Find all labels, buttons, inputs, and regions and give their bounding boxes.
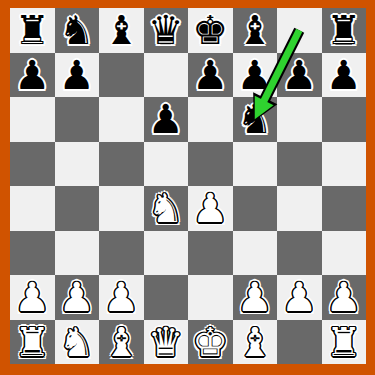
square-h4[interactable] [322,186,367,231]
square-h7[interactable]: ♟ [322,53,367,98]
square-b2[interactable]: ♟ [55,275,100,320]
black-king[interactable]: ♚ [188,8,233,53]
board-frame: ♜♞♝♛♚♝♜♟♟♟♟♟♟♟♞♞♟♟♟♟♟♟♟♜♞♝♛♚♝♜ [0,0,375,375]
square-f1[interactable]: ♝ [233,320,278,365]
square-c2[interactable]: ♟ [99,275,144,320]
square-e7[interactable]: ♟ [188,53,233,98]
white-rook[interactable]: ♜ [10,320,55,365]
black-pawn[interactable]: ♟ [233,53,278,98]
square-e8[interactable]: ♚ [188,8,233,53]
square-f4[interactable] [233,186,278,231]
white-pawn[interactable]: ♟ [99,275,144,320]
square-b3[interactable] [55,231,100,276]
square-f6[interactable]: ♞ [233,97,278,142]
square-e3[interactable] [188,231,233,276]
square-a1[interactable]: ♜ [10,320,55,365]
square-g1[interactable] [277,320,322,365]
white-pawn[interactable]: ♟ [277,275,322,320]
square-d8[interactable]: ♛ [144,8,189,53]
square-f7[interactable]: ♟ [233,53,278,98]
square-h3[interactable] [322,231,367,276]
black-pawn[interactable]: ♟ [322,53,367,98]
square-h2[interactable]: ♟ [322,275,367,320]
square-h5[interactable] [322,142,367,187]
square-g4[interactable] [277,186,322,231]
square-b1[interactable]: ♞ [55,320,100,365]
square-h6[interactable] [322,97,367,142]
square-c8[interactable]: ♝ [99,8,144,53]
black-queen[interactable]: ♛ [144,8,189,53]
square-g5[interactable] [277,142,322,187]
white-pawn[interactable]: ♟ [188,186,233,231]
square-b6[interactable] [55,97,100,142]
square-c4[interactable] [99,186,144,231]
square-e6[interactable] [188,97,233,142]
black-bishop[interactable]: ♝ [99,8,144,53]
square-a4[interactable] [10,186,55,231]
black-pawn[interactable]: ♟ [10,53,55,98]
black-pawn[interactable]: ♟ [55,53,100,98]
black-pawn[interactable]: ♟ [144,97,189,142]
square-b8[interactable]: ♞ [55,8,100,53]
square-g8[interactable] [277,8,322,53]
black-pawn[interactable]: ♟ [277,53,322,98]
black-knight[interactable]: ♞ [233,97,278,142]
square-a8[interactable]: ♜ [10,8,55,53]
white-bishop[interactable]: ♝ [233,320,278,365]
square-a7[interactable]: ♟ [10,53,55,98]
square-a2[interactable]: ♟ [10,275,55,320]
square-c5[interactable] [99,142,144,187]
square-c7[interactable] [99,53,144,98]
black-bishop[interactable]: ♝ [233,8,278,53]
square-c6[interactable] [99,97,144,142]
white-bishop[interactable]: ♝ [99,320,144,365]
chess-board: ♜♞♝♛♚♝♜♟♟♟♟♟♟♟♞♞♟♟♟♟♟♟♟♜♞♝♛♚♝♜ [10,8,366,364]
square-f5[interactable] [233,142,278,187]
white-knight[interactable]: ♞ [55,320,100,365]
white-king[interactable]: ♚ [188,320,233,365]
white-rook[interactable]: ♜ [322,320,367,365]
square-e4[interactable]: ♟ [188,186,233,231]
square-d6[interactable]: ♟ [144,97,189,142]
black-rook[interactable]: ♜ [10,8,55,53]
white-pawn[interactable]: ♟ [55,275,100,320]
square-f8[interactable]: ♝ [233,8,278,53]
white-pawn[interactable]: ♟ [233,275,278,320]
square-f3[interactable] [233,231,278,276]
square-h8[interactable]: ♜ [322,8,367,53]
square-e1[interactable]: ♚ [188,320,233,365]
square-e2[interactable] [188,275,233,320]
square-g7[interactable]: ♟ [277,53,322,98]
square-c3[interactable] [99,231,144,276]
square-d4[interactable]: ♞ [144,186,189,231]
black-knight[interactable]: ♞ [55,8,100,53]
square-d5[interactable] [144,142,189,187]
square-d7[interactable] [144,53,189,98]
square-g6[interactable] [277,97,322,142]
square-c1[interactable]: ♝ [99,320,144,365]
black-pawn[interactable]: ♟ [188,53,233,98]
square-g3[interactable] [277,231,322,276]
square-h1[interactable]: ♜ [322,320,367,365]
square-f2[interactable]: ♟ [233,275,278,320]
square-b4[interactable] [55,186,100,231]
white-queen[interactable]: ♛ [144,320,189,365]
square-d1[interactable]: ♛ [144,320,189,365]
square-b7[interactable]: ♟ [55,53,100,98]
white-pawn[interactable]: ♟ [322,275,367,320]
square-a6[interactable] [10,97,55,142]
square-d3[interactable] [144,231,189,276]
square-g2[interactable]: ♟ [277,275,322,320]
square-e5[interactable] [188,142,233,187]
square-b5[interactable] [55,142,100,187]
square-d2[interactable] [144,275,189,320]
white-pawn[interactable]: ♟ [10,275,55,320]
square-a5[interactable] [10,142,55,187]
white-knight[interactable]: ♞ [144,186,189,231]
black-rook[interactable]: ♜ [322,8,367,53]
square-a3[interactable] [10,231,55,276]
